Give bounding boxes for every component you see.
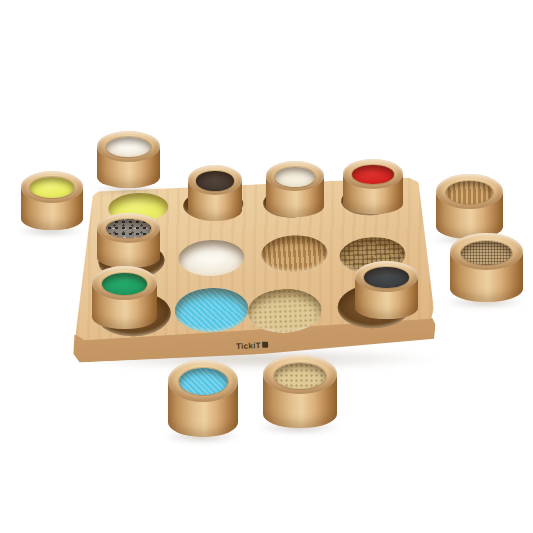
scene: TickiT: [0, 0, 533, 533]
cup-hessian[interactable]: [450, 233, 523, 302]
cup-dark-brown-felt[interactable]: [188, 165, 242, 221]
cell-r3c3: [252, 279, 332, 335]
cup-white-fleece[interactable]: [97, 131, 160, 188]
cup-insert-cream-fur: [275, 167, 316, 187]
cup-insert-yellow-felt: [30, 177, 73, 198]
cup-ridged-wood[interactable]: [436, 174, 503, 239]
recess-sand[interactable]: [247, 287, 323, 334]
recess-turquoise-fabric[interactable]: [174, 286, 250, 333]
cup-insert-black-rubber: [364, 267, 408, 287]
cell-r2c3: [249, 227, 329, 283]
cup-cream-fur[interactable]: [266, 161, 324, 217]
cup-black-rubber[interactable]: [355, 261, 418, 319]
brand-logo-text: TickiT: [236, 341, 261, 351]
cup-insert-grey-gravel: [106, 219, 150, 238]
cup-insert-hessian: [461, 241, 512, 265]
cup-insert-sand: [274, 363, 326, 389]
cup-insert-green-felt: [102, 273, 148, 295]
cup-insert-dark-brown-felt: [196, 171, 234, 191]
cell-r3c2: [174, 283, 254, 339]
cup-insert-white-fleece: [106, 137, 150, 157]
recess-ridged-wood[interactable]: [261, 234, 328, 273]
cup-insert-ridged-wood: [446, 181, 493, 204]
cup-insert-turquoise-fabric: [179, 368, 228, 395]
recess-white-fleece[interactable]: [178, 239, 245, 278]
brand-logo-mark-icon: [262, 342, 268, 348]
cup-yellow-felt[interactable]: [21, 171, 83, 230]
cup-grey-gravel[interactable]: [97, 213, 160, 268]
brand-logo: TickiT: [236, 341, 268, 351]
cup-red-felt[interactable]: [343, 159, 403, 214]
cup-sand[interactable]: [263, 355, 337, 428]
cup-green-felt[interactable]: [92, 266, 157, 329]
cell-r2c2: [171, 230, 251, 286]
cup-turquoise-fabric[interactable]: [168, 360, 238, 437]
